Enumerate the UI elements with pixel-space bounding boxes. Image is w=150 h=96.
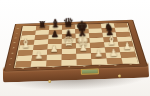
- light-pawn-e3[interactable]: ♟: [79, 44, 88, 54]
- light-bishop-a4[interactable]: ♝: [20, 37, 31, 50]
- file-label-h: h: [123, 63, 139, 66]
- file-label-f: f: [92, 64, 108, 67]
- square-a4[interactable]: ♝: [19, 45, 34, 51]
- chess-set-photo: ♜♝♛♚♞♟♟♟♟♝♛♚♝♟♟♟♟♟♟ abcdefgh 87654321: [0, 0, 150, 96]
- chess-set: ♜♝♛♚♞♟♟♟♟♝♛♚♝♟♟♟♟♟♟ abcdefgh 87654321: [0, 0, 149, 96]
- rank-label-1: 1: [8, 62, 12, 68]
- square-d3[interactable]: [62, 48, 77, 54]
- board-frame: ♜♝♛♚♞♟♟♟♟♝♛♚♝♟♟♟♟♟♟ abcdefgh 87654321: [3, 20, 148, 72]
- file-label-d: d: [61, 65, 76, 68]
- file-label-a: a: [15, 67, 31, 70]
- light-bishop-g4[interactable]: ♝: [106, 34, 117, 47]
- latch-pin-right: [118, 74, 121, 77]
- dark-rook-b8[interactable]: ♜: [38, 20, 47, 30]
- dark-pawn-c6[interactable]: ♟: [51, 30, 59, 39]
- square-f5[interactable]: [89, 37, 104, 42]
- brand-plaque: [81, 68, 99, 75]
- latch-pin-left: [48, 80, 51, 83]
- light-pawn-b2[interactable]: ♟: [34, 51, 43, 61]
- file-label-g: g: [107, 64, 123, 67]
- dark-queen-d8[interactable]: ♛: [63, 17, 74, 30]
- light-queen-d4[interactable]: ♛: [62, 35, 74, 49]
- light-pawn-g2[interactable]: ♟: [109, 48, 118, 58]
- light-pawn-f2[interactable]: ♟: [94, 49, 103, 59]
- chess-board: ♜♝♛♚♞♟♟♟♟♝♛♚♝♟♟♟♟♟♟: [15, 23, 138, 67]
- file-label-b: b: [30, 66, 46, 69]
- square-d4[interactable]: ♛: [62, 43, 76, 49]
- light-pawn-c3[interactable]: ♟: [50, 45, 59, 55]
- light-pawn-h3[interactable]: ♟: [123, 42, 132, 52]
- file-label-e: e: [77, 65, 93, 68]
- board-top: ♜♝♛♚♞♟♟♟♟♝♛♚♝♟♟♟♟♟♟ abcdefgh 87654321: [3, 20, 148, 72]
